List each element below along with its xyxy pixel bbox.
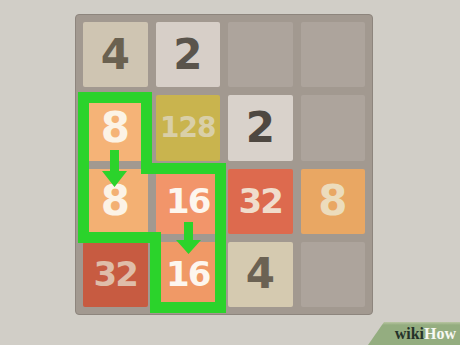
board-2048: 428128281632832164: [75, 14, 373, 315]
tile-16-r4c2: 16: [156, 242, 221, 307]
tile-32-r3c3: 32: [228, 169, 293, 234]
tile-2-r2c3: 2: [228, 95, 293, 160]
tile-4-r4c3: 4: [228, 242, 293, 307]
wikihow-wiki-label: wiki: [395, 325, 424, 343]
tile-value: 16: [166, 257, 209, 291]
cell-empty-r2c4: [301, 95, 366, 160]
tile-32-r4c1: 32: [83, 242, 148, 307]
cell-empty-r1c3: [228, 22, 293, 87]
tile-value: 8: [318, 180, 347, 222]
tile-128-r2c2: 128: [156, 95, 221, 160]
tile-value: 32: [94, 257, 137, 291]
tile-4-r1c1: 4: [83, 22, 148, 87]
tile-8-r3c1: 8: [83, 169, 148, 234]
tile-value: 128: [160, 114, 215, 142]
tile-value: 2: [173, 34, 202, 76]
wikihow-how-label: How: [424, 325, 456, 343]
tile-value: 8: [101, 107, 130, 149]
tile-value: 2: [246, 107, 275, 149]
tile-8-r3c4: 8: [301, 169, 366, 234]
cell-empty-r4c4: [301, 242, 366, 307]
tile-value: 4: [246, 253, 275, 295]
tile-16-r3c2: 16: [156, 169, 221, 234]
cell-empty-r1c4: [301, 22, 366, 87]
screenshot-root: 428128281632832164 wikiHow: [0, 0, 460, 345]
tile-value: 32: [239, 184, 282, 218]
tile-8-r2c1: 8: [83, 95, 148, 160]
tile-value: 16: [166, 184, 209, 218]
tile-value: 8: [101, 180, 130, 222]
tile-2-r1c2: 2: [156, 22, 221, 87]
wikihow-watermark: wikiHow: [368, 322, 460, 345]
tile-value: 4: [101, 34, 130, 76]
